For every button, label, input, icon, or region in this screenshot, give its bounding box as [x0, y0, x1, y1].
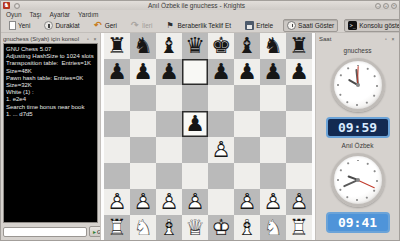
square-a1[interactable]: ♜♖ [104, 215, 130, 241]
piece-black-pawn[interactable]: ♟ [182, 111, 208, 137]
square-b8[interactable]: ♞ [130, 33, 156, 59]
square-f5[interactable] [234, 111, 260, 137]
square-d1[interactable]: ♛♕ [182, 215, 208, 241]
square-c4[interactable] [156, 137, 182, 163]
pause-button[interactable]: Duraklat [40, 19, 83, 32]
piece-black-rook[interactable]: ♜ [286, 33, 312, 59]
console-input[interactable] [3, 227, 87, 237]
console-icon: >_ [348, 21, 357, 30]
menu-yardim[interactable]: Yardım [78, 11, 98, 18]
square-g5[interactable] [260, 111, 286, 137]
toolbar: Yeni Duraklat ↶ Geri ↷ İleri ⚑ Beraberli… [1, 19, 399, 33]
piece-white-pawn[interactable]: ♟♙ [286, 189, 312, 215]
piece-white-rook[interactable]: ♜♖ [286, 215, 312, 241]
piece-white-pawn[interactable]: ♟♙ [156, 189, 182, 215]
square-b5[interactable] [130, 111, 156, 137]
square-b2[interactable]: ♟♙ [130, 189, 156, 215]
square-d7[interactable] [182, 59, 208, 85]
piece-white-pawn[interactable]: ♟♙ [208, 137, 234, 163]
window-title: Anıl Özbek ile gnuchess - Knights [20, 2, 373, 9]
piece-white-pawn[interactable]: ♟♙ [104, 189, 130, 215]
square-h1[interactable]: ♜♖ [286, 215, 312, 241]
digital-clock-white: 09:41 [326, 212, 390, 233]
square-e1[interactable]: ♚♔ [208, 215, 234, 241]
pause-icon [44, 21, 53, 30]
square-f1[interactable]: ♝♗ [234, 215, 260, 241]
clock-center-dot [356, 83, 360, 87]
square-d2[interactable]: ♟♙ [182, 189, 208, 215]
piece-black-bishop[interactable]: ♝ [156, 33, 182, 59]
app-logo-icon: ♞ [3, 2, 10, 9]
new-document-icon [9, 21, 16, 30]
piece-white-pawn[interactable]: ♟♙ [260, 189, 286, 215]
square-g2[interactable]: ♟♙ [260, 189, 286, 215]
piece-white-king[interactable]: ♚♔ [208, 215, 234, 241]
clock-dock: Saat ▫ × gnuchess 09:59 Anıl Özbek 09:41 [316, 33, 399, 240]
board-view: ♜♞♝♛♚♝♞♜♟♟♟♟♟♟♟♟♟♙♟♙♟♙♟♙♟♙♟♙♟♙♟♙♜♖♞♘♝♗♛♕… [100, 33, 316, 240]
square-h2[interactable]: ♟♙ [286, 189, 312, 215]
square-a2[interactable]: ♟♙ [104, 189, 130, 215]
console-dock: gnuchess (Siyah) için konsol ▫ × GNU Che… [1, 33, 100, 240]
redo-label: İleri [142, 22, 152, 29]
piece-black-rook[interactable]: ♜ [104, 33, 130, 59]
square-f2[interactable]: ♟♙ [234, 189, 260, 215]
pause-label: Duraklat [55, 22, 79, 29]
square-a4[interactable] [104, 137, 130, 163]
square-b6[interactable] [130, 85, 156, 111]
maximize-icon[interactable]: + [383, 3, 389, 9]
piece-white-bishop[interactable]: ♝♗ [234, 215, 260, 241]
menu-ayarlar[interactable]: Ayarlar [49, 11, 69, 18]
square-b7[interactable]: ♟ [130, 59, 156, 85]
square-h5[interactable] [286, 111, 312, 137]
square-a3[interactable] [104, 163, 130, 189]
square-g3[interactable] [260, 163, 286, 189]
undo-icon: ↶ [94, 21, 103, 30]
console-input-row: ▸ Gönder [3, 223, 98, 238]
square-f8[interactable]: ♝ [234, 33, 260, 59]
console-dock-title: gnuchess (Siyah) için konsol [3, 36, 84, 42]
square-c6[interactable] [156, 85, 182, 111]
square-g7[interactable]: ♟ [260, 59, 286, 85]
digital-clock-black: 09:59 [326, 117, 390, 138]
analog-clock-white [331, 153, 385, 207]
square-f7[interactable]: ♟ [234, 59, 260, 85]
square-d5[interactable]: ♟ [182, 111, 208, 137]
clock-icon [287, 21, 296, 30]
piece-black-queen[interactable]: ♛ [182, 33, 208, 59]
square-h4[interactable] [286, 137, 312, 163]
square-c7[interactable]: ♟ [156, 59, 182, 85]
close-icon[interactable]: × [391, 3, 397, 9]
new-game-button[interactable]: Yeni [5, 19, 34, 32]
engine-console-output[interactable]: GNU Chess 5.07 Adjusting HashSize to 102… [3, 43, 98, 223]
piece-black-king[interactable]: ♚ [208, 33, 234, 59]
piece-white-rook[interactable]: ♜♖ [104, 215, 130, 241]
console-dock-header: gnuchess (Siyah) için konsol ▫ × [3, 34, 98, 43]
minimize-icon[interactable]: – [375, 3, 381, 9]
square-e4[interactable]: ♟♙ [208, 137, 234, 163]
square-e3[interactable] [208, 163, 234, 189]
piece-white-queen[interactable]: ♛♕ [182, 215, 208, 241]
square-c2[interactable]: ♟♙ [156, 189, 182, 215]
piece-black-pawn[interactable]: ♟ [130, 59, 156, 85]
square-b3[interactable] [130, 163, 156, 189]
piece-black-pawn[interactable]: ♟ [260, 59, 286, 85]
square-e5[interactable] [208, 111, 234, 137]
menu-tasi[interactable]: Taşı [30, 11, 42, 18]
square-d6[interactable] [182, 85, 208, 111]
square-c1[interactable]: ♝♗ [156, 215, 182, 241]
piece-white-pawn[interactable]: ♟♙ [182, 189, 208, 215]
piece-black-pawn[interactable]: ♟ [286, 59, 312, 85]
knights-window: ♞ Anıl Özbek ile gnuchess - Knights – + … [0, 0, 400, 241]
piece-white-pawn[interactable]: ♟♙ [130, 189, 156, 215]
square-d8[interactable]: ♛ [182, 33, 208, 59]
redo-icon: ↷ [131, 21, 140, 30]
redo-button: ↷ İleri [127, 19, 156, 32]
square-b1[interactable]: ♞♘ [130, 215, 156, 241]
square-e2[interactable] [208, 189, 234, 215]
dock-close-icon[interactable]: × [390, 36, 396, 42]
square-d4[interactable] [182, 137, 208, 163]
square-c8[interactable]: ♝ [156, 33, 182, 59]
square-g8[interactable]: ♞ [260, 33, 286, 59]
second-hand [357, 180, 375, 189]
send-icon: ▸ [93, 228, 96, 235]
square-f6[interactable] [234, 85, 260, 111]
piece-black-pawn[interactable]: ♟ [156, 59, 182, 85]
offer-draw-button[interactable]: ⚑ Beraberlik Teklif Et [162, 19, 235, 32]
clock-dock-title: Saat [319, 36, 382, 42]
show-clock-button[interactable]: Saati Göster [283, 19, 338, 32]
dock-close-icon[interactable]: × [92, 36, 98, 42]
show-clock-label: Saati Göster [298, 22, 334, 29]
analog-clock-black [331, 58, 385, 112]
square-e6[interactable] [208, 85, 234, 111]
square-e8[interactable]: ♚ [208, 33, 234, 59]
piece-black-pawn[interactable]: ♟ [234, 59, 260, 85]
piece-black-pawn[interactable]: ♟ [104, 59, 130, 85]
adjourn-button[interactable]: Ertele [241, 19, 277, 32]
piece-white-pawn[interactable]: ♟♙ [234, 189, 260, 215]
save-icon [245, 21, 254, 30]
square-g1[interactable]: ♞♘ [260, 215, 286, 241]
piece-black-pawn[interactable]: ♟ [208, 59, 234, 85]
titlebar[interactable]: ♞ Anıl Özbek ile gnuchess - Knights – + … [1, 1, 399, 10]
square-a6[interactable] [104, 85, 130, 111]
square-g6[interactable] [260, 85, 286, 111]
piece-black-bishop[interactable]: ♝ [234, 33, 260, 59]
piece-black-knight[interactable]: ♞ [260, 33, 286, 59]
player-name-white: Anıl Özbek [342, 142, 374, 149]
piece-white-knight[interactable]: ♞♘ [260, 215, 286, 241]
undo-label: Geri [105, 22, 117, 29]
square-b4[interactable] [130, 137, 156, 163]
square-h7[interactable]: ♟ [286, 59, 312, 85]
player-name-black: gnuchess [344, 47, 372, 54]
clock-dock-header: Saat ▫ × [319, 34, 396, 43]
new-game-label: Yeni [18, 22, 30, 29]
square-a7[interactable]: ♟ [104, 59, 130, 85]
piece-white-knight[interactable]: ♞♘ [130, 215, 156, 241]
piece-white-bishop[interactable]: ♝♗ [156, 215, 182, 241]
square-h3[interactable] [286, 163, 312, 189]
dock-float-icon[interactable]: ▫ [383, 36, 389, 42]
square-g4[interactable] [260, 137, 286, 163]
menubar: Oyun Taşı Ayarlar Yardım [1, 10, 399, 19]
square-h8[interactable]: ♜ [286, 33, 312, 59]
square-c5[interactable] [156, 111, 182, 137]
piece-black-knight[interactable]: ♞ [130, 33, 156, 59]
draw-flag-icon: ⚑ [166, 21, 175, 30]
square-d3[interactable] [182, 163, 208, 189]
square-a8[interactable]: ♜ [104, 33, 130, 59]
show-console-label: Konsolu göster [359, 22, 400, 29]
menu-oyun[interactable]: Oyun [6, 11, 22, 18]
dock-float-icon[interactable]: ▫ [85, 36, 91, 42]
offer-draw-label: Beraberlik Teklif Et [177, 22, 231, 29]
square-a5[interactable] [104, 111, 130, 137]
show-console-button[interactable]: >_ Konsolu göster [344, 19, 400, 32]
undo-button[interactable]: ↶ Geri [90, 19, 121, 32]
square-h6[interactable] [286, 85, 312, 111]
square-c3[interactable] [156, 163, 182, 189]
chess-board[interactable]: ♜♞♝♛♚♝♞♜♟♟♟♟♟♟♟♟♟♙♟♙♟♙♟♙♟♙♟♙♟♙♟♙♜♖♞♘♝♗♛♕… [104, 33, 312, 241]
square-f3[interactable] [234, 163, 260, 189]
square-f4[interactable] [234, 137, 260, 163]
square-e7[interactable]: ♟ [208, 59, 234, 85]
main-area: gnuchess (Siyah) için konsol ▫ × GNU Che… [1, 33, 399, 240]
adjourn-label: Ertele [256, 22, 273, 29]
clock-center-dot [356, 178, 360, 182]
